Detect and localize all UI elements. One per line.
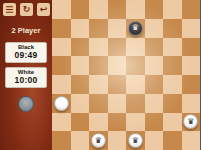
board-square[interactable] (89, 0, 108, 19)
board-square[interactable] (163, 19, 182, 38)
board-square[interactable]: ♛ (126, 131, 145, 150)
board-square[interactable] (145, 131, 164, 150)
board-square[interactable] (89, 56, 108, 75)
board-square[interactable] (108, 113, 127, 132)
undo-button[interactable]: ↩ (37, 3, 50, 16)
board-square[interactable]: ♛ (182, 113, 201, 132)
menu-icon (6, 9, 13, 11)
board-square[interactable] (108, 131, 127, 150)
board-square[interactable] (145, 38, 164, 57)
restart-icon: ↻ (23, 5, 31, 14)
board-square[interactable] (126, 75, 145, 94)
board-square[interactable] (89, 75, 108, 94)
board-square[interactable] (145, 113, 164, 132)
board-square[interactable] (71, 38, 90, 57)
board-square[interactable] (71, 75, 90, 94)
board-square[interactable] (52, 38, 71, 57)
board-square[interactable] (108, 56, 127, 75)
board-square[interactable] (52, 0, 71, 19)
board-square[interactable] (163, 131, 182, 150)
board-square[interactable] (163, 56, 182, 75)
board-square[interactable] (182, 0, 201, 19)
black-king-piece[interactable]: ♛ (128, 21, 143, 36)
crown-icon: ♛ (187, 117, 194, 125)
board-square[interactable] (126, 0, 145, 19)
menu-button[interactable] (3, 3, 16, 16)
white-king-piece[interactable]: ♛ (128, 133, 143, 148)
board-square[interactable] (145, 19, 164, 38)
board-square[interactable] (182, 38, 201, 57)
board-square[interactable] (145, 56, 164, 75)
board-square[interactable] (89, 19, 108, 38)
board-square[interactable] (126, 113, 145, 132)
white-man-piece[interactable] (54, 96, 69, 111)
crown-icon: ♛ (95, 136, 102, 144)
board-square[interactable] (71, 56, 90, 75)
board-square[interactable] (89, 94, 108, 113)
board-square[interactable] (182, 131, 201, 150)
toolbar: ↻ ↩ (0, 0, 52, 16)
board-square[interactable] (145, 75, 164, 94)
white-timer-card: White 10:00 (5, 67, 47, 88)
board-square[interactable] (108, 75, 127, 94)
board-square[interactable]: ♛ (89, 131, 108, 150)
board-square[interactable] (182, 75, 201, 94)
crown-icon: ♛ (132, 136, 139, 144)
board-square[interactable] (89, 113, 108, 132)
board-square[interactable] (126, 38, 145, 57)
board-square[interactable] (52, 113, 71, 132)
board-square[interactable] (182, 19, 201, 38)
sidebar: ↻ ↩ 2 Player Black 09:49 White 10:00 (0, 0, 52, 150)
board-square[interactable] (108, 19, 127, 38)
board-square[interactable] (126, 94, 145, 113)
board-square[interactable] (182, 94, 201, 113)
board-square[interactable] (182, 56, 201, 75)
board-square[interactable] (145, 94, 164, 113)
board-square[interactable] (163, 94, 182, 113)
board-square[interactable] (71, 19, 90, 38)
board-square[interactable] (52, 94, 71, 113)
undo-icon: ↩ (40, 5, 48, 14)
black-timer-card: Black 09:49 (5, 42, 47, 63)
board-square[interactable] (52, 75, 71, 94)
game-mode-label: 2 Player (0, 26, 52, 35)
checkers-app: ↻ ↩ 2 Player Black 09:49 White 10:00 ♛♛♛… (0, 0, 200, 150)
board-square[interactable] (108, 38, 127, 57)
white-king-piece[interactable]: ♛ (183, 114, 198, 129)
board-square[interactable] (52, 131, 71, 150)
board-square[interactable] (108, 0, 127, 19)
board-square[interactable] (163, 75, 182, 94)
board-square[interactable] (163, 113, 182, 132)
board-square[interactable] (163, 0, 182, 19)
board-square[interactable] (163, 38, 182, 57)
board-square[interactable] (52, 19, 71, 38)
restart-button[interactable]: ↻ (20, 3, 33, 16)
board-square[interactable] (145, 0, 164, 19)
board-square[interactable] (71, 131, 90, 150)
crown-icon: ♛ (132, 24, 139, 32)
black-time-display: 09:49 (6, 51, 46, 60)
board-square[interactable]: ♛ (126, 19, 145, 38)
board-square[interactable] (71, 94, 90, 113)
board-square[interactable] (71, 0, 90, 19)
board-square[interactable] (52, 56, 71, 75)
board-square[interactable] (108, 94, 127, 113)
white-time-display: 10:00 (6, 76, 46, 85)
white-king-piece[interactable]: ♛ (91, 133, 106, 148)
board: ♛♛♛♛ (52, 0, 200, 150)
board-square[interactable] (89, 38, 108, 57)
board-square[interactable] (71, 113, 90, 132)
board-square[interactable] (126, 56, 145, 75)
turn-indicator-piece (18, 96, 34, 112)
